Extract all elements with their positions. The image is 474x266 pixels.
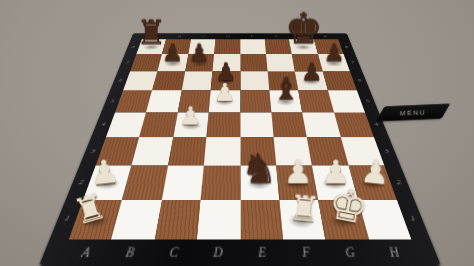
square-c6[interactable] (182, 71, 213, 90)
square-c3[interactable] (168, 137, 207, 166)
square-e1[interactable] (240, 200, 283, 240)
square-d2[interactable] (201, 166, 240, 200)
app-screen: ABCDEFGH ABCDEFGH 87654321 87654321 ♜♚♟♟… (0, 0, 474, 266)
square-d3[interactable] (204, 137, 240, 166)
square-c7[interactable]: ♟ (185, 54, 214, 71)
square-f5[interactable]: ♝ (269, 90, 302, 112)
square-c2[interactable] (162, 166, 204, 200)
square-g8[interactable]: ♚ (289, 39, 318, 54)
piece-black-pawn-h7[interactable]: ♟ (324, 42, 346, 66)
file-label: E (240, 240, 285, 266)
chess-board: ABCDEFGH ABCDEFGH 87654321 87654321 ♜♚♟♟… (39, 33, 442, 266)
square-d8[interactable] (214, 39, 240, 54)
square-f1[interactable]: ♜ (279, 200, 326, 240)
square-e8[interactable] (240, 39, 266, 54)
file-label: B (104, 240, 154, 266)
square-e2[interactable]: ♞ (240, 166, 279, 200)
square-d4[interactable] (207, 112, 240, 137)
square-e7[interactable] (240, 54, 267, 71)
square-b7[interactable]: ♟ (158, 54, 189, 71)
piece-black-pawn-b7[interactable]: ♟ (162, 42, 184, 66)
menu-button-label: MENU (380, 104, 447, 121)
file-label: G (326, 240, 376, 266)
file-label: F (283, 240, 331, 266)
square-b2[interactable] (122, 166, 167, 200)
square-d5[interactable]: ♟ (209, 90, 240, 112)
piece-black-pawn-g6[interactable]: ♟ (301, 60, 323, 84)
piece-white-pawn-f2[interactable]: ♟ (283, 156, 312, 188)
file-label: H (369, 240, 422, 266)
piece-black-king-g8[interactable]: ♚ (285, 7, 323, 49)
square-e4[interactable] (240, 112, 273, 137)
piece-black-bishop-f5[interactable]: ♝ (272, 74, 300, 105)
piece-white-rook-f1[interactable]: ♜ (287, 191, 321, 229)
square-e6[interactable] (240, 71, 269, 90)
piece-white-pawn-c4[interactable]: ♟ (180, 104, 202, 129)
square-b3[interactable] (132, 137, 173, 166)
square-a1[interactable]: ♜ (69, 200, 123, 240)
square-c1[interactable] (154, 200, 201, 240)
piece-white-pawn-d5[interactable]: ♟ (214, 81, 236, 106)
file-label: A (59, 240, 112, 266)
file-labels-bottom: ABCDEFGH (59, 240, 421, 266)
square-g1[interactable]: ♚ (318, 200, 368, 240)
piece-black-knight-e2[interactable]: ♞ (241, 148, 278, 189)
piece-white-king-g1[interactable]: ♚ (325, 180, 372, 231)
file-label: D (195, 240, 240, 266)
square-b6[interactable] (152, 71, 185, 90)
square-g4[interactable] (302, 112, 340, 137)
piece-black-pawn-c7[interactable]: ♟ (189, 42, 211, 66)
square-e5[interactable] (240, 90, 271, 112)
square-b4[interactable] (140, 112, 178, 137)
square-b5[interactable] (146, 90, 181, 112)
file-label: C (149, 240, 197, 266)
square-f7[interactable] (266, 54, 295, 71)
square-c4[interactable]: ♟ (173, 112, 209, 137)
square-a5[interactable] (115, 90, 152, 112)
square-f4[interactable] (271, 112, 307, 137)
menu-button[interactable]: MENU (376, 104, 450, 122)
square-d1[interactable] (197, 200, 240, 240)
